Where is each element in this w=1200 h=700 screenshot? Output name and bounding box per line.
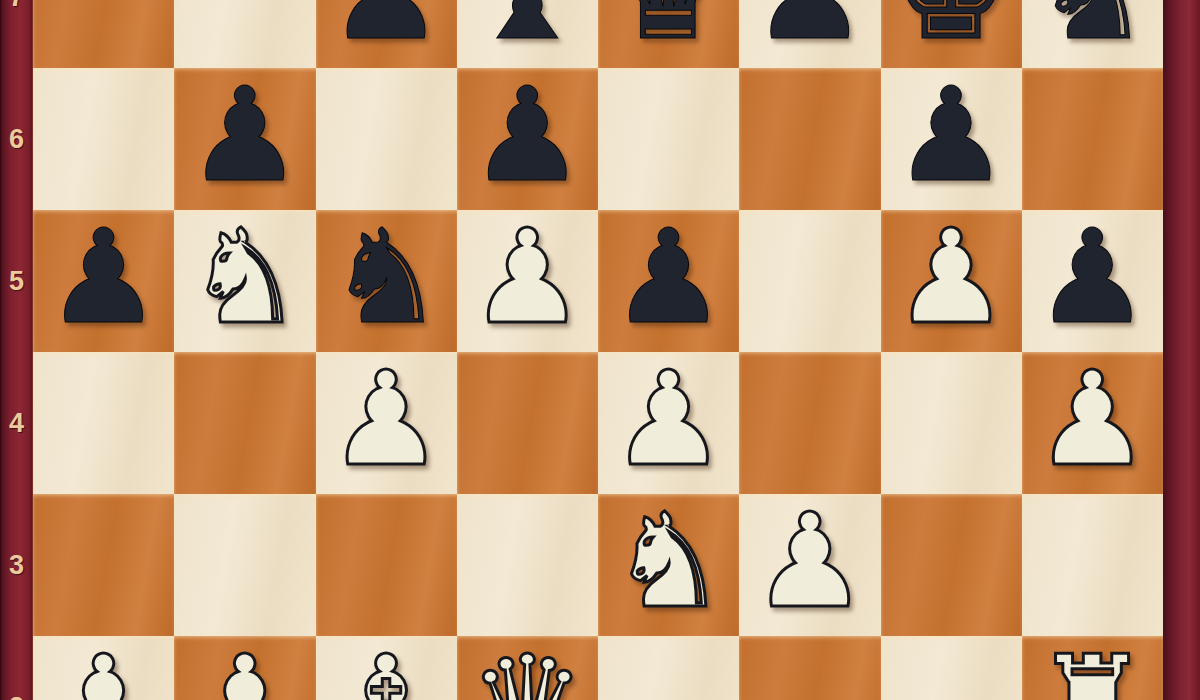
white-rook[interactable]: ♜ (1034, 638, 1151, 700)
square-e3[interactable]: ♞ (598, 494, 739, 636)
black-bishop[interactable]: ♝ (469, 0, 586, 58)
square-h3[interactable] (1022, 494, 1163, 636)
white-pawn[interactable]: ♟ (45, 638, 162, 700)
square-h7[interactable]: ♞ (1022, 0, 1163, 68)
square-a6[interactable] (33, 68, 174, 210)
black-pawn[interactable]: ♟ (45, 212, 162, 342)
square-g7[interactable]: ♚ (881, 0, 1022, 68)
square-f6[interactable] (739, 68, 880, 210)
white-pawn[interactable]: ♟ (893, 212, 1010, 342)
square-d5[interactable]: ♟ (457, 210, 598, 352)
square-b7[interactable] (174, 0, 315, 68)
rank-label-6: 6 (0, 122, 33, 156)
square-f4[interactable] (739, 352, 880, 494)
square-b4[interactable] (174, 352, 315, 494)
square-c7[interactable]: ♟ (316, 0, 457, 68)
square-e2[interactable] (598, 636, 739, 700)
square-g3[interactable] (881, 494, 1022, 636)
board-border-left: 765432 (0, 0, 33, 700)
white-pawn[interactable]: ♟ (1034, 354, 1151, 484)
rank-label-7: 7 (0, 0, 33, 14)
white-queen[interactable]: ♛ (469, 638, 586, 700)
black-pawn[interactable]: ♟ (469, 70, 586, 200)
square-d4[interactable] (457, 352, 598, 494)
square-f7[interactable]: ♟ (739, 0, 880, 68)
white-pawn[interactable]: ♟ (187, 638, 304, 700)
black-king[interactable]: ♚ (893, 0, 1010, 58)
square-c4[interactable]: ♟ (316, 352, 457, 494)
square-b2[interactable]: ♟ (174, 636, 315, 700)
square-c3[interactable] (316, 494, 457, 636)
white-pawn[interactable]: ♟ (328, 354, 445, 484)
rank-label-3: 3 (0, 548, 33, 582)
square-h2[interactable]: ♜ (1022, 636, 1163, 700)
square-f3[interactable]: ♟ (739, 494, 880, 636)
black-pawn[interactable]: ♟ (893, 70, 1010, 200)
black-pawn[interactable]: ♟ (187, 70, 304, 200)
square-b6[interactable]: ♟ (174, 68, 315, 210)
square-a5[interactable]: ♟ (33, 210, 174, 352)
white-pawn[interactable]: ♟ (610, 354, 727, 484)
black-pawn[interactable]: ♟ (1034, 212, 1151, 342)
black-pawn[interactable]: ♟ (328, 0, 445, 58)
square-e4[interactable]: ♟ (598, 352, 739, 494)
white-knight[interactable]: ♞ (187, 212, 304, 342)
square-h5[interactable]: ♟ (1022, 210, 1163, 352)
square-c6[interactable] (316, 68, 457, 210)
square-c2[interactable]: ♝ (316, 636, 457, 700)
black-knight[interactable]: ♞ (1034, 0, 1151, 58)
square-b5[interactable]: ♞ (174, 210, 315, 352)
square-e5[interactable]: ♟ (598, 210, 739, 352)
square-d6[interactable]: ♟ (457, 68, 598, 210)
board-border-right (1163, 0, 1200, 700)
square-h6[interactable] (1022, 68, 1163, 210)
square-a7[interactable] (33, 0, 174, 68)
white-knight[interactable]: ♞ (610, 496, 727, 626)
chess-board: ♟♝♛♟♚♞♟♟♟♟♞♞♟♟♟♟♟♟♟♞♟♟♟♝♛♜ 765432 (0, 0, 1200, 700)
white-pawn[interactable]: ♟ (469, 212, 586, 342)
square-g5[interactable]: ♟ (881, 210, 1022, 352)
square-d2[interactable]: ♛ (457, 636, 598, 700)
square-e7[interactable]: ♛ (598, 0, 739, 68)
black-queen[interactable]: ♛ (610, 0, 727, 58)
square-a4[interactable] (33, 352, 174, 494)
square-h4[interactable]: ♟ (1022, 352, 1163, 494)
square-f2[interactable] (739, 636, 880, 700)
square-e6[interactable] (598, 68, 739, 210)
square-b3[interactable] (174, 494, 315, 636)
rank-label-5: 5 (0, 264, 33, 298)
black-pawn[interactable]: ♟ (610, 212, 727, 342)
square-c5[interactable]: ♞ (316, 210, 457, 352)
white-bishop[interactable]: ♝ (328, 638, 445, 700)
black-pawn[interactable]: ♟ (752, 0, 869, 58)
square-g2[interactable] (881, 636, 1022, 700)
square-f5[interactable] (739, 210, 880, 352)
square-g4[interactable] (881, 352, 1022, 494)
chess-board-squares: ♟♝♛♟♚♞♟♟♟♟♞♞♟♟♟♟♟♟♟♞♟♟♟♝♛♜ (33, 0, 1163, 700)
square-d3[interactable] (457, 494, 598, 636)
white-pawn[interactable]: ♟ (752, 496, 869, 626)
square-g6[interactable]: ♟ (881, 68, 1022, 210)
rank-label-4: 4 (0, 406, 33, 440)
black-knight[interactable]: ♞ (328, 212, 445, 342)
rank-label-2: 2 (0, 690, 33, 700)
square-a2[interactable]: ♟ (33, 636, 174, 700)
square-a3[interactable] (33, 494, 174, 636)
square-d7[interactable]: ♝ (457, 0, 598, 68)
